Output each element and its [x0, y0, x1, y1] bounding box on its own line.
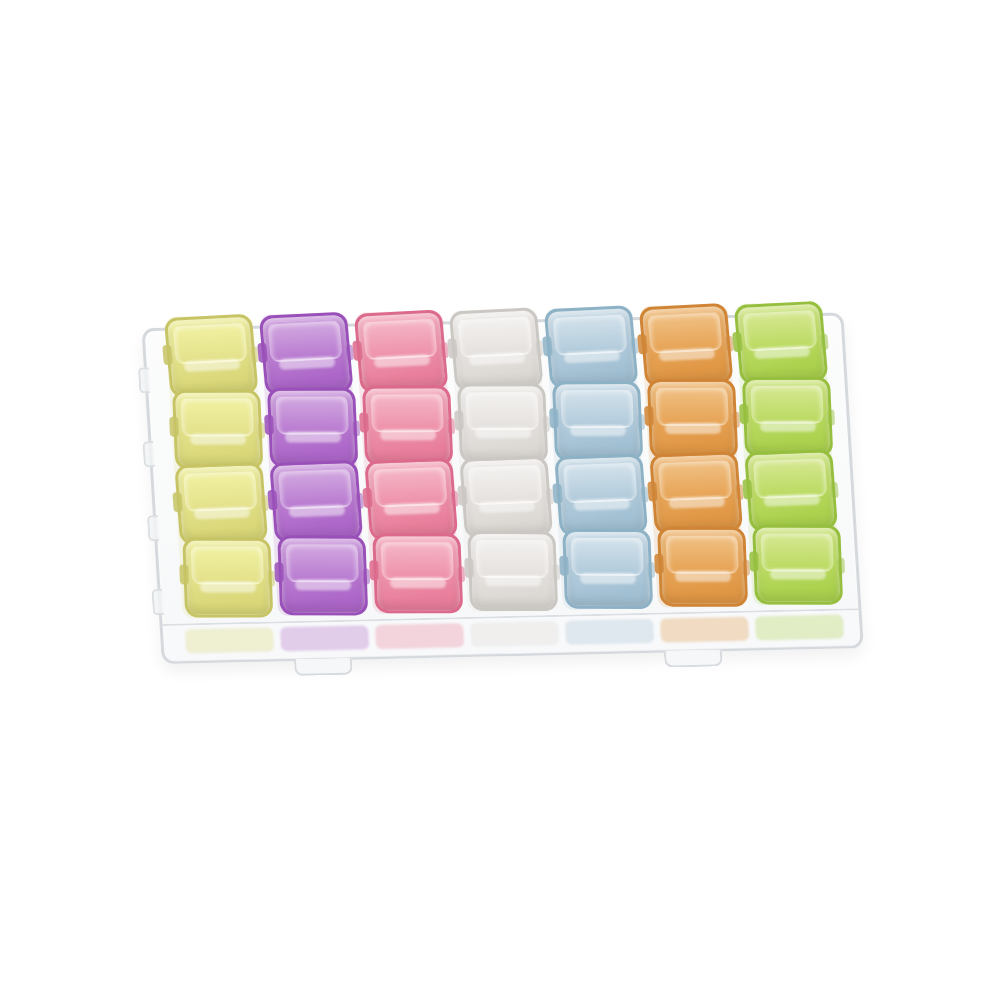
compartment-lid — [552, 312, 627, 356]
color-strip-blue — [545, 306, 651, 610]
compartment-blue-3 — [554, 453, 648, 536]
compartment-lid — [191, 545, 265, 585]
compartment-white-3 — [459, 456, 553, 539]
compartment-green-1 — [734, 301, 829, 385]
compartment-lid — [468, 463, 543, 506]
compartment-lid — [380, 540, 454, 580]
lid-clasp — [739, 404, 749, 424]
lid-clasp — [831, 482, 839, 498]
compartment-green-4 — [752, 525, 843, 605]
compartment-green-2 — [742, 377, 833, 457]
color-strip-purple — [260, 313, 366, 617]
lid-clasp — [647, 481, 657, 501]
compartment-green-3 — [744, 449, 838, 532]
lid-clasp — [454, 410, 464, 430]
lid-clasp — [362, 487, 372, 507]
compartment-lid — [465, 390, 539, 430]
compartment-lid — [362, 317, 437, 361]
compartment-yellow-3 — [174, 462, 268, 545]
lid-clasp — [644, 406, 654, 426]
latch-tab-left — [294, 658, 353, 676]
lid-clasp — [837, 557, 845, 573]
compartment-lid — [278, 467, 353, 510]
compartment-yellow-1 — [164, 314, 259, 398]
compartment-lid — [563, 461, 638, 504]
strip-reflection-pink — [375, 623, 464, 649]
lid-clasp — [169, 417, 179, 437]
compartment-lid — [267, 319, 342, 363]
compartment-lid — [658, 459, 733, 502]
strip-reflection-yellow — [185, 627, 274, 653]
compartment-lid — [665, 534, 739, 574]
strip-reflection-orange — [660, 617, 749, 643]
storage-box — [141, 298, 884, 690]
color-strip-white — [450, 308, 556, 612]
tray-hinge-bump — [151, 589, 164, 615]
compartment-yellow-2 — [172, 390, 263, 470]
compartment-lid — [373, 465, 448, 508]
lid-clasp — [267, 490, 277, 510]
lid-clasp — [559, 556, 569, 576]
lid-clasp — [172, 492, 182, 512]
color-strip-green — [735, 302, 841, 606]
compartment-pink-3 — [364, 458, 458, 541]
lid-clasp — [274, 562, 284, 582]
compartment-lid — [370, 392, 444, 432]
compartment-lid — [183, 469, 258, 512]
lid-clasp — [732, 332, 743, 352]
compartment-lid — [275, 394, 349, 434]
compartment-orange-1 — [639, 303, 734, 387]
compartment-lid — [753, 456, 828, 499]
lid-clasp — [447, 338, 458, 358]
product-photo-scene — [0, 0, 1000, 1000]
color-strip-yellow — [165, 315, 271, 619]
lid-clasp — [179, 564, 189, 584]
lid-clasp — [464, 558, 474, 578]
compartment-purple-4 — [277, 535, 368, 615]
compartment-lid — [457, 315, 532, 359]
compartment-lid — [180, 397, 254, 437]
compartment-pink-4 — [372, 533, 463, 613]
compartment-lid — [742, 308, 817, 352]
lid-clasp — [654, 553, 664, 573]
compartment-yellow-4 — [182, 538, 273, 618]
compartment-lid — [570, 536, 644, 576]
tray-hinge-bump — [147, 515, 160, 541]
strip-reflection-green — [755, 615, 844, 641]
lid-clasp — [552, 483, 562, 503]
lid-clasp — [359, 412, 369, 432]
compartment-orange-4 — [657, 527, 748, 607]
compartment-purple-3 — [269, 460, 363, 543]
compartment-white-4 — [467, 531, 558, 611]
strip-reflection-white — [470, 621, 559, 647]
compartment-lid — [647, 310, 722, 354]
lid-clasp — [542, 336, 553, 356]
compartment-purple-2 — [267, 387, 358, 467]
compartment-lid — [760, 532, 834, 572]
compartment-lid — [172, 321, 247, 365]
compartment-orange-2 — [647, 379, 738, 459]
lid-clasp — [257, 342, 268, 362]
lid-clasp — [749, 551, 759, 571]
tray-hinge-bump — [138, 367, 151, 393]
tray-hinge-bump — [142, 441, 155, 467]
color-strip-pink — [355, 311, 461, 615]
lid-clasp — [549, 408, 559, 428]
front-wall-reflections — [185, 615, 844, 654]
compartment-white-1 — [449, 307, 544, 391]
compartment-pink-1 — [354, 309, 449, 393]
latch-tab-right — [664, 649, 723, 667]
color-strip-orange — [640, 304, 746, 608]
lid-clasp — [820, 333, 828, 349]
compartment-lid — [286, 542, 360, 582]
compartment-white-2 — [457, 383, 548, 463]
strip-reflection-purple — [280, 625, 369, 651]
compartment-lid — [560, 388, 634, 428]
lid-clasp — [162, 344, 173, 364]
lid-clasp — [742, 479, 752, 499]
compartment-pink-2 — [362, 385, 453, 465]
lid-clasp — [637, 334, 648, 354]
compartment-blue-1 — [544, 305, 639, 389]
lid-clasp — [264, 414, 274, 434]
compartment-strips — [165, 302, 841, 619]
compartment-lid — [750, 384, 824, 424]
compartment-lid — [655, 386, 729, 426]
strip-reflection-blue — [565, 619, 654, 645]
compartment-orange-3 — [649, 451, 743, 534]
lid-clasp — [457, 485, 467, 505]
lid-clasp — [352, 340, 363, 360]
compartment-blue-2 — [552, 381, 643, 461]
compartment-purple-1 — [259, 311, 354, 395]
compartment-lid — [475, 538, 549, 578]
compartment-blue-4 — [562, 529, 653, 609]
lid-clasp — [369, 560, 379, 580]
lid-clasp — [827, 409, 835, 425]
